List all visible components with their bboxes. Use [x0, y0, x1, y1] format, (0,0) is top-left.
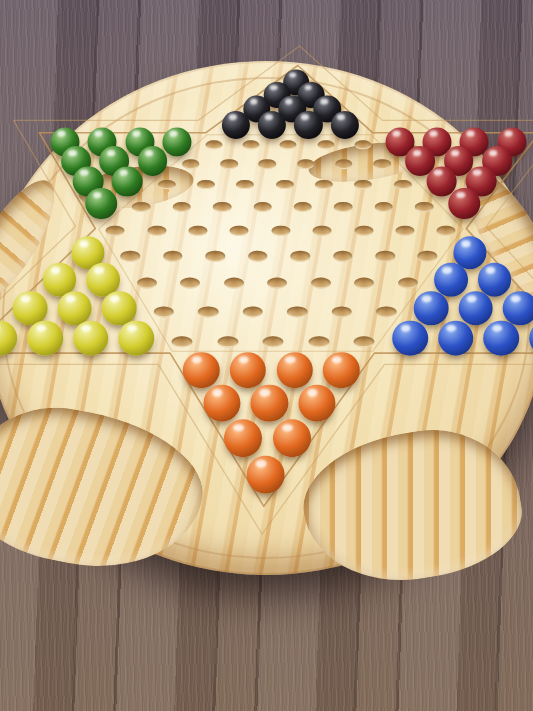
green-marble[interactable]: [112, 166, 143, 197]
blue-marble[interactable]: [392, 320, 428, 356]
board-hole[interactable]: [224, 278, 244, 289]
board-hole[interactable]: [121, 251, 141, 262]
green-marble[interactable]: [138, 146, 168, 176]
board-hole[interactable]: [373, 159, 391, 169]
board-hole[interactable]: [180, 278, 200, 289]
board-hole[interactable]: [259, 159, 277, 169]
board-hole[interactable]: [354, 180, 372, 190]
green-marble[interactable]: [85, 188, 117, 220]
board-hole[interactable]: [132, 202, 151, 212]
photo-scene: [0, 0, 533, 711]
board-hole[interactable]: [197, 180, 215, 190]
board-hole[interactable]: [297, 159, 315, 169]
board-hole[interactable]: [248, 251, 268, 262]
board-hole[interactable]: [267, 278, 287, 289]
yellow-marble[interactable]: [73, 320, 109, 356]
board-hole[interactable]: [220, 159, 238, 169]
board-hole[interactable]: [213, 202, 232, 212]
red-marble[interactable]: [449, 188, 481, 220]
board-hole[interactable]: [243, 306, 264, 317]
orange-marble[interactable]: [246, 455, 285, 494]
blue-marble[interactable]: [483, 320, 519, 356]
board-hole[interactable]: [253, 202, 272, 212]
blue-marble[interactable]: [438, 320, 474, 356]
blue-marble[interactable]: [414, 291, 449, 326]
board-hole[interactable]: [290, 251, 310, 262]
board-hole[interactable]: [418, 251, 438, 262]
board-hole[interactable]: [311, 278, 331, 289]
board-hole[interactable]: [158, 180, 176, 190]
board-hole[interactable]: [205, 251, 225, 262]
board-hole[interactable]: [398, 278, 418, 289]
board-hole[interactable]: [333, 251, 353, 262]
board-hole[interactable]: [287, 306, 308, 317]
board-hole[interactable]: [393, 180, 411, 190]
blue-marble[interactable]: [503, 291, 533, 326]
yellow-marble[interactable]: [119, 320, 155, 356]
board-hole[interactable]: [236, 180, 254, 190]
board-hole[interactable]: [276, 180, 294, 190]
board-hole[interactable]: [153, 306, 174, 317]
board-hole[interactable]: [415, 202, 434, 212]
board-hole[interactable]: [198, 306, 219, 317]
board-hole[interactable]: [182, 159, 200, 169]
board-hole[interactable]: [335, 159, 353, 169]
board-hole[interactable]: [375, 251, 395, 262]
orange-marble[interactable]: [224, 419, 262, 457]
board-hole[interactable]: [315, 180, 333, 190]
board-hole[interactable]: [173, 202, 192, 212]
board-hole[interactable]: [374, 202, 393, 212]
green-marble[interactable]: [162, 128, 191, 157]
board-hole[interactable]: [376, 306, 397, 317]
board-hole[interactable]: [163, 251, 183, 262]
orange-marble[interactable]: [273, 419, 311, 457]
yellow-marble[interactable]: [27, 320, 63, 356]
blue-marble[interactable]: [434, 263, 468, 297]
board-hole[interactable]: [354, 278, 374, 289]
blue-marble[interactable]: [458, 291, 493, 326]
board-hole[interactable]: [334, 202, 353, 212]
board-hole[interactable]: [332, 306, 353, 317]
board-hole[interactable]: [137, 278, 157, 289]
board-hole[interactable]: [294, 202, 313, 212]
